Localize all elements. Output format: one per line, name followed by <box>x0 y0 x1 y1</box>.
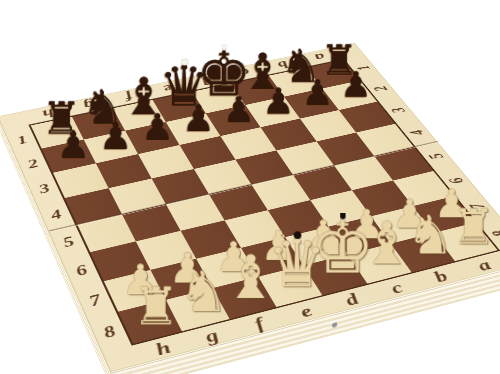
piece-black-king-d1[interactable]: ♚ <box>193 44 253 105</box>
square-h2[interactable] <box>42 140 96 173</box>
square-b1[interactable] <box>269 68 322 97</box>
square-e1[interactable] <box>153 92 206 122</box>
square-b3[interactable] <box>300 110 356 141</box>
square-c2[interactable] <box>245 97 300 128</box>
square-f2[interactable] <box>125 122 179 154</box>
square-e2[interactable] <box>166 113 221 145</box>
piece-black-pawn-f2[interactable]: ♟ <box>126 109 188 146</box>
rank-label-left-6: 6 <box>73 262 90 279</box>
file-label-bottom-f: f <box>250 313 268 333</box>
square-c3[interactable] <box>260 119 316 151</box>
piece-black-rook-a1[interactable]: ♜ <box>309 39 367 81</box>
piece-black-pawn-b2[interactable]: ♟ <box>287 75 347 111</box>
piece-black-pawn-g2[interactable]: ♟ <box>84 118 146 155</box>
rank-label-left-2: 2 <box>25 156 40 171</box>
square-f1[interactable] <box>113 100 166 131</box>
rank-label-right-2: 2 <box>370 84 391 92</box>
square-f3[interactable] <box>138 145 194 179</box>
file-label-top-b: b <box>274 58 292 72</box>
square-c4[interactable] <box>276 141 334 174</box>
file-label-top-c: c <box>237 66 254 80</box>
square-d2[interactable] <box>206 105 261 136</box>
file-label-top-d: d <box>198 74 215 88</box>
piece-black-pawn-d2[interactable]: ♟ <box>208 92 269 128</box>
square-b2[interactable] <box>284 88 339 118</box>
square-d4[interactable] <box>235 150 292 184</box>
rank-label-left-1: 1 <box>15 133 30 147</box>
file-label-top-a: a <box>311 51 329 64</box>
black-queen-finial <box>180 59 187 66</box>
square-d3[interactable] <box>220 127 276 159</box>
square-a2[interactable] <box>322 80 377 110</box>
piece-black-knight-b1[interactable]: ♞ <box>271 43 330 89</box>
square-b4[interactable] <box>317 133 375 166</box>
file-label-top-e: e <box>160 82 176 96</box>
square-d1[interactable] <box>192 84 245 114</box>
piece-black-bishop-c1[interactable]: ♝ <box>233 47 292 97</box>
square-c1[interactable] <box>231 76 284 105</box>
piece-black-knight-g1[interactable]: ♞ <box>72 84 133 132</box>
piece-black-queen-e1[interactable]: ♛ <box>154 58 214 114</box>
piece-black-rook-h1[interactable]: ♜ <box>30 96 92 140</box>
file-label-top-g: g <box>80 98 97 113</box>
piece-white-rook-h8[interactable]: ♜ <box>119 280 191 332</box>
piece-black-pawn-a2[interactable]: ♟ <box>325 67 384 102</box>
rank-label-left-8: 8 <box>100 322 118 341</box>
piece-black-pawn-e2[interactable]: ♟ <box>167 100 228 136</box>
square-a5[interactable] <box>374 147 433 181</box>
hinge-pin <box>332 322 337 327</box>
rank-label-left-4: 4 <box>48 207 64 223</box>
board-position-wrapper: 1122334455667788hhggffeeddccbbaa♜♞♝♛♚♝♞♜… <box>42 0 458 374</box>
square-e3[interactable] <box>180 136 236 169</box>
square-a3[interactable] <box>339 102 395 133</box>
rank-label-left-7: 7 <box>86 291 104 309</box>
board-face: 1122334455667788hhggffeeddccbbaa♜♞♝♛♚♝♞♜… <box>0 43 500 372</box>
white-queen-finial <box>292 231 300 239</box>
square-g1[interactable] <box>72 108 125 139</box>
square-a4[interactable] <box>356 124 414 156</box>
rank-label-right-4: 4 <box>406 128 428 137</box>
rank-label-left-5: 5 <box>60 233 77 250</box>
folding-chess-box: 1122334455667788hhggffeeddccbbaa♜♞♝♛♚♝♞♜… <box>0 43 500 372</box>
piece-black-pawn-h2[interactable]: ♟ <box>41 127 104 164</box>
file-label-top-f: f <box>122 90 136 104</box>
white-king-finial <box>339 207 344 219</box>
square-g2[interactable] <box>84 131 138 164</box>
square-a1[interactable] <box>306 60 360 88</box>
file-label-bottom-e: e <box>295 301 316 322</box>
rank-label-right-5: 5 <box>425 151 447 160</box>
rank-label-right-1: 1 <box>354 64 375 72</box>
square-g3[interactable] <box>96 154 152 188</box>
board-photo-scene: 1122334455667788hhggffeeddccbbaa♜♞♝♛♚♝♞♜… <box>0 0 500 374</box>
rank-label-left-3: 3 <box>36 181 52 196</box>
piece-black-pawn-c2[interactable]: ♟ <box>248 83 308 119</box>
file-label-bottom-c: c <box>386 278 408 298</box>
black-king-finial <box>221 39 226 49</box>
piece-black-bishop-f1[interactable]: ♝ <box>113 71 174 122</box>
file-label-top-h: h <box>39 106 56 121</box>
rank-label-right-3: 3 <box>388 106 409 114</box>
